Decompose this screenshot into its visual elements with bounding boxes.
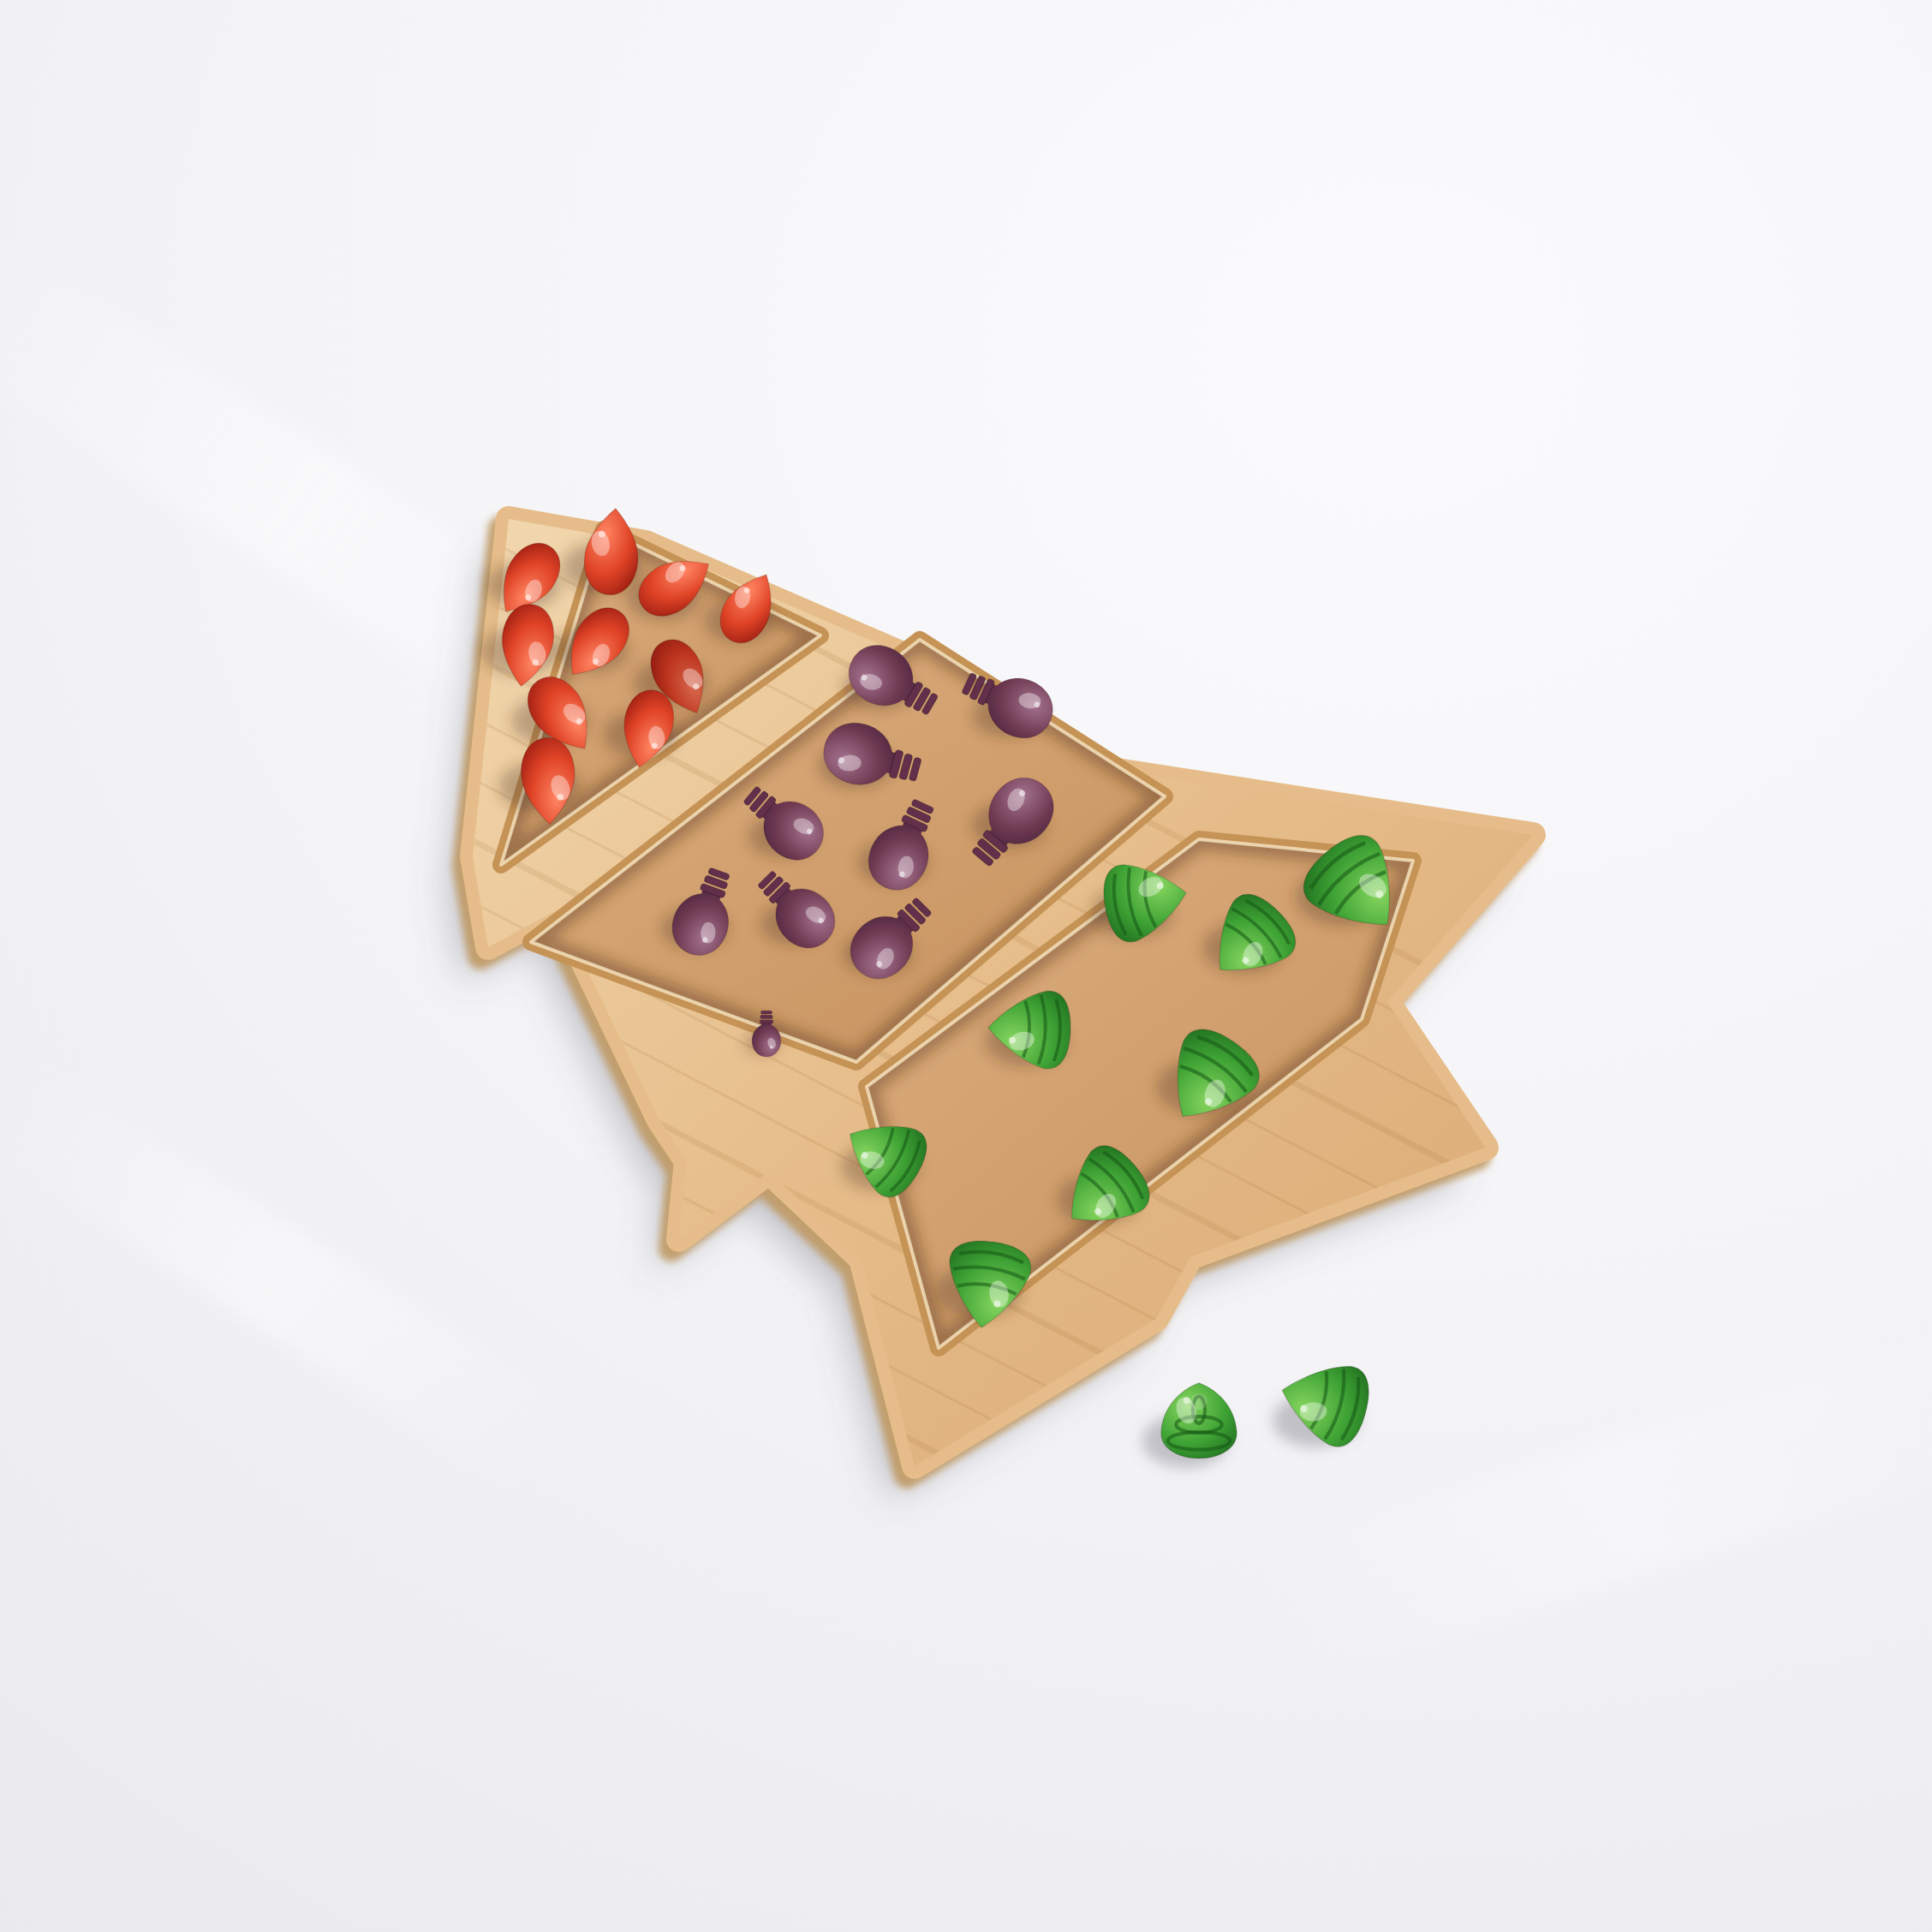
scene xyxy=(0,0,1932,1932)
piece-specular-dot xyxy=(770,1046,772,1048)
grain-line xyxy=(0,1432,1119,1932)
bulb-screw-rib xyxy=(761,1011,772,1014)
tree-sorting-tray-board xyxy=(0,0,1932,1932)
piece-green-cone-front-green-9[interactable] xyxy=(1161,1383,1237,1458)
piece-specular-dot xyxy=(1184,1397,1190,1404)
bulb-screw-rib xyxy=(760,1020,773,1023)
tray xyxy=(0,411,1651,1932)
grain-line xyxy=(0,1383,1145,1932)
bulb-screw-rib xyxy=(760,1015,772,1018)
